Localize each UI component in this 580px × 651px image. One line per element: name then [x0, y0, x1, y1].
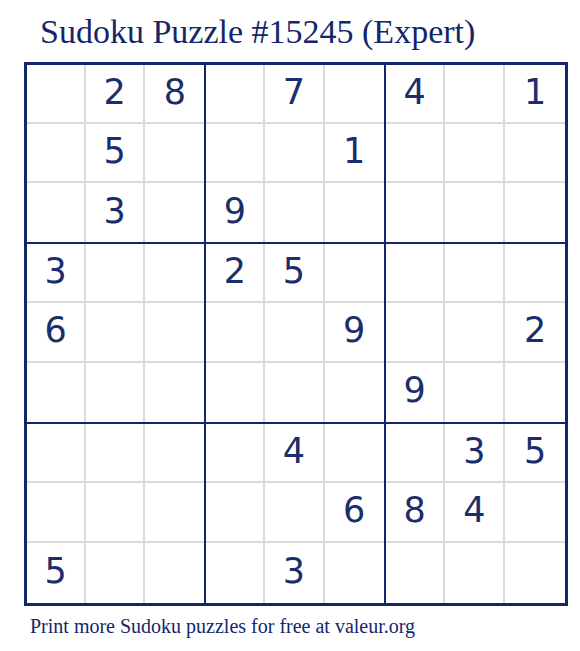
cell-r7c8: 3 [445, 424, 505, 484]
cell-r1c3: 8 [145, 65, 204, 124]
cell-r5c4 [206, 303, 265, 362]
cell-r5c1: 6 [27, 303, 86, 362]
cell-r5c6: 9 [325, 303, 384, 362]
cell-r5c5 [265, 303, 324, 362]
cell-r7c1 [27, 424, 86, 484]
cell-r4c6 [325, 244, 384, 303]
cell-r9c2 [86, 543, 145, 603]
cell-r7c2 [86, 424, 145, 484]
cell-r3c4: 9 [206, 183, 265, 242]
cell-r6c3 [145, 363, 204, 422]
box-2: 719 [206, 65, 385, 244]
box-5: 259 [206, 244, 385, 423]
cell-r8c9 [505, 483, 565, 543]
box-3: 41 [386, 65, 565, 244]
cell-r5c8 [445, 303, 505, 362]
cell-r8c5 [265, 483, 324, 543]
cell-r8c6: 6 [325, 483, 384, 543]
cell-r6c9 [505, 363, 565, 422]
cell-r5c2 [86, 303, 145, 362]
cell-r2c4 [206, 124, 265, 183]
cell-r9c6 [325, 543, 384, 603]
cell-r2c3 [145, 124, 204, 183]
box-8: 463 [206, 424, 385, 603]
cell-r6c8 [445, 363, 505, 422]
cell-r7c5: 4 [265, 424, 324, 484]
cell-r8c4 [206, 483, 265, 543]
cell-r8c7: 8 [386, 483, 446, 543]
cell-r9c1: 5 [27, 543, 86, 603]
cell-r1c4 [206, 65, 265, 124]
cell-r3c3 [145, 183, 204, 242]
cell-r6c4 [206, 363, 265, 422]
cell-r2c9 [505, 124, 565, 183]
cell-r1c9: 1 [505, 65, 565, 124]
cell-r2c2: 5 [86, 124, 145, 183]
cell-r8c3 [145, 483, 204, 543]
cell-r1c7: 4 [386, 65, 446, 124]
cell-r3c5 [265, 183, 324, 242]
cell-r9c7 [386, 543, 446, 603]
cell-r5c7 [386, 303, 446, 362]
cell-r2c5 [265, 124, 324, 183]
cell-r7c9: 5 [505, 424, 565, 484]
cell-r6c2 [86, 363, 145, 422]
cell-r9c3 [145, 543, 204, 603]
box-6: 29 [386, 244, 565, 423]
cell-r6c5 [265, 363, 324, 422]
cell-r1c1 [27, 65, 86, 124]
cell-r2c1 [27, 124, 86, 183]
cell-r6c1 [27, 363, 86, 422]
cell-r1c2: 2 [86, 65, 145, 124]
cell-r2c6: 1 [325, 124, 384, 183]
cell-r1c5: 7 [265, 65, 324, 124]
cell-r1c8 [445, 65, 505, 124]
page-title: Sudoku Puzzle #15245 (Expert) [40, 12, 475, 53]
cell-r2c7 [386, 124, 446, 183]
cell-r8c1 [27, 483, 86, 543]
box-4: 36 [27, 244, 206, 423]
cell-r1c6 [325, 65, 384, 124]
cell-r9c4 [206, 543, 265, 603]
cell-r4c7 [386, 244, 446, 303]
cell-r7c3 [145, 424, 204, 484]
cell-r4c1: 3 [27, 244, 86, 303]
cell-r4c9 [505, 244, 565, 303]
cell-r4c8 [445, 244, 505, 303]
cell-r9c9 [505, 543, 565, 603]
box-1: 2853 [27, 65, 206, 244]
sudoku-board: 285371941362592954633584 [24, 62, 568, 606]
cell-r2c8 [445, 124, 505, 183]
cell-r9c8 [445, 543, 505, 603]
cell-r4c5: 5 [265, 244, 324, 303]
cell-r5c9: 2 [505, 303, 565, 362]
cell-r4c3 [145, 244, 204, 303]
cell-r3c2: 3 [86, 183, 145, 242]
cell-r3c1 [27, 183, 86, 242]
cell-r7c7 [386, 424, 446, 484]
cell-r6c6 [325, 363, 384, 422]
cell-r7c6 [325, 424, 384, 484]
sudoku-print-page: { "game": "sudoku", "position": "0280704… [0, 0, 580, 651]
box-7: 5 [27, 424, 206, 603]
cell-r4c4: 2 [206, 244, 265, 303]
cell-r3c9 [505, 183, 565, 242]
cell-r8c2 [86, 483, 145, 543]
cell-r8c8: 4 [445, 483, 505, 543]
box-9: 3584 [386, 424, 565, 603]
cell-r5c3 [145, 303, 204, 362]
cell-r3c8 [445, 183, 505, 242]
cell-r3c6 [325, 183, 384, 242]
cell-r4c2 [86, 244, 145, 303]
footer-text: Print more Sudoku puzzles for free at va… [30, 614, 415, 638]
cell-r3c7 [386, 183, 446, 242]
cell-r9c5: 3 [265, 543, 324, 603]
cell-r6c7: 9 [386, 363, 446, 422]
cell-r7c4 [206, 424, 265, 484]
